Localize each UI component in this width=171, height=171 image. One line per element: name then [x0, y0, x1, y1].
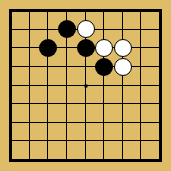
board-intersection[interactable]	[114, 20, 133, 39]
board-intersection[interactable]	[39, 57, 58, 76]
board-intersection[interactable]	[1, 76, 20, 95]
board-intersection[interactable]	[57, 114, 76, 133]
board-intersection[interactable]	[95, 151, 114, 170]
board-intersection[interactable]	[95, 39, 114, 58]
board-intersection[interactable]	[151, 57, 170, 76]
board-intersection[interactable]	[114, 57, 133, 76]
black-stone	[58, 20, 76, 38]
board-intersection[interactable]	[114, 132, 133, 151]
board-intersection[interactable]	[39, 114, 58, 133]
board-intersection[interactable]	[76, 132, 95, 151]
black-stone	[39, 39, 57, 57]
board-intersection[interactable]	[20, 1, 39, 20]
board-intersection[interactable]	[57, 151, 76, 170]
board-intersection[interactable]	[20, 95, 39, 114]
board-intersection[interactable]	[39, 39, 58, 58]
board-intersection[interactable]	[151, 132, 170, 151]
board-intersection[interactable]	[114, 76, 133, 95]
board-intersection[interactable]	[95, 132, 114, 151]
board-intersection[interactable]	[114, 114, 133, 133]
board-intersection[interactable]	[76, 39, 95, 58]
board-intersection[interactable]	[39, 1, 58, 20]
board-intersection[interactable]	[95, 114, 114, 133]
board-intersection[interactable]	[1, 151, 20, 170]
board-intersections	[1, 1, 170, 170]
black-stone	[77, 39, 95, 57]
board-intersection[interactable]	[39, 20, 58, 39]
board-intersection[interactable]	[1, 114, 20, 133]
board-intersection[interactable]	[132, 76, 151, 95]
board-intersection[interactable]	[151, 76, 170, 95]
board-intersection[interactable]	[76, 95, 95, 114]
white-stone	[114, 39, 132, 57]
board-intersection[interactable]	[39, 76, 58, 95]
board-intersection[interactable]	[132, 95, 151, 114]
board-intersection[interactable]	[57, 76, 76, 95]
board-intersection[interactable]	[114, 95, 133, 114]
black-stone	[95, 58, 113, 76]
board-intersection[interactable]	[20, 57, 39, 76]
board-intersection[interactable]	[95, 1, 114, 20]
board-intersection[interactable]	[132, 114, 151, 133]
board-intersection[interactable]	[151, 95, 170, 114]
white-stone	[95, 39, 113, 57]
board-intersection[interactable]	[151, 39, 170, 58]
board-intersection[interactable]	[151, 20, 170, 39]
board-intersection[interactable]	[132, 20, 151, 39]
board-intersection[interactable]	[1, 95, 20, 114]
board-intersection[interactable]	[57, 20, 76, 39]
board-intersection[interactable]	[132, 39, 151, 58]
board-intersection[interactable]	[132, 57, 151, 76]
white-stone	[114, 58, 132, 76]
board-intersection[interactable]	[39, 151, 58, 170]
board-intersection[interactable]	[57, 95, 76, 114]
board-intersection[interactable]	[76, 151, 95, 170]
board-intersection[interactable]	[151, 151, 170, 170]
board-intersection[interactable]	[76, 57, 95, 76]
board-intersection[interactable]	[114, 1, 133, 20]
board-intersection[interactable]	[1, 57, 20, 76]
board-intersection[interactable]	[1, 1, 20, 20]
board-intersection[interactable]	[20, 151, 39, 170]
go-board	[0, 0, 171, 171]
board-intersection[interactable]	[132, 151, 151, 170]
board-intersection[interactable]	[57, 1, 76, 20]
board-intersection[interactable]	[1, 39, 20, 58]
board-intersection[interactable]	[95, 20, 114, 39]
board-intersection[interactable]	[20, 114, 39, 133]
board-intersection[interactable]	[76, 1, 95, 20]
board-intersection[interactable]	[20, 132, 39, 151]
board-intersection[interactable]	[20, 39, 39, 58]
board-intersection[interactable]	[20, 20, 39, 39]
board-intersection[interactable]	[20, 76, 39, 95]
board-intersection[interactable]	[132, 132, 151, 151]
board-intersection[interactable]	[114, 39, 133, 58]
board-intersection[interactable]	[151, 114, 170, 133]
board-intersection[interactable]	[1, 132, 20, 151]
board-intersection[interactable]	[95, 76, 114, 95]
board-intersection[interactable]	[132, 1, 151, 20]
board-intersection[interactable]	[57, 39, 76, 58]
board-intersection[interactable]	[95, 57, 114, 76]
white-stone	[77, 20, 95, 38]
board-intersection[interactable]	[76, 20, 95, 39]
board-intersection[interactable]	[151, 1, 170, 20]
board-intersection[interactable]	[76, 76, 95, 95]
board-intersection[interactable]	[95, 95, 114, 114]
hoshi-point	[84, 84, 87, 87]
board-intersection[interactable]	[114, 151, 133, 170]
board-intersection[interactable]	[57, 57, 76, 76]
board-intersection[interactable]	[76, 114, 95, 133]
board-intersection[interactable]	[39, 95, 58, 114]
board-intersection[interactable]	[57, 132, 76, 151]
board-intersection[interactable]	[1, 20, 20, 39]
board-intersection[interactable]	[39, 132, 58, 151]
